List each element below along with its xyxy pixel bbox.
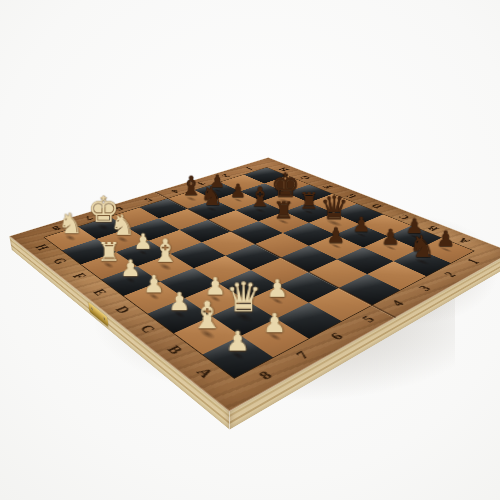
product-photo-canvas: HH11GG22FF33EE44DD55CC66BB77AA88♟♝♟♟♟♜♞♟… (0, 0, 500, 500)
square-d5[interactable] (225, 244, 280, 270)
piece-black-pawn-c3[interactable]: ♟ (317, 221, 355, 246)
square-a3[interactable] (367, 261, 426, 290)
photo-scene: HH11GG22FF33EE44DD55CC66BB77AA88♟♝♟♟♟♜♞♟… (0, 0, 500, 500)
square-b3[interactable] (337, 247, 394, 274)
square-a4[interactable] (339, 274, 400, 305)
brass-clasp (88, 302, 108, 327)
piece-black-knight-a2[interactable]: ♞ (402, 227, 442, 262)
square-a5[interactable] (309, 288, 372, 321)
chess-board: HH11GG22FF33EE44DD55CC66BB77AA88♟♝♟♟♟♜♞♟… (9, 158, 500, 412)
square-c4[interactable] (281, 246, 337, 272)
square-b4[interactable] (309, 259, 367, 288)
piece-white-pawn-a8[interactable]: ♟ (213, 323, 263, 356)
